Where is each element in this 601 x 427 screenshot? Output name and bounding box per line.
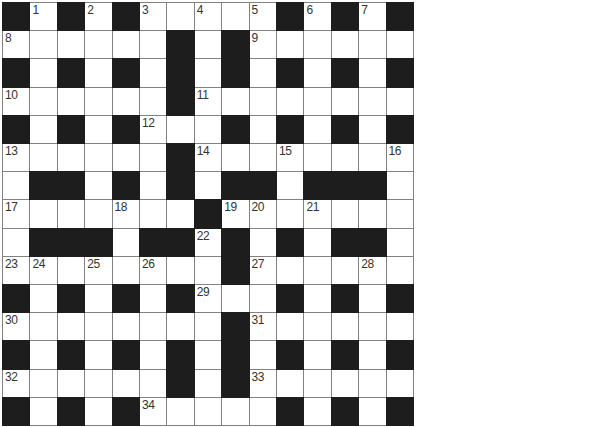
cell-r2c10 xyxy=(277,59,303,86)
cell-r2c8 xyxy=(222,59,248,86)
cell-r2c7[interactable] xyxy=(195,59,221,86)
cell-r12c6 xyxy=(167,341,193,368)
clue-number-8: 8 xyxy=(5,32,11,44)
clue-number-14: 14 xyxy=(197,145,210,157)
cell-r2c0 xyxy=(3,59,29,86)
cell-r10c5[interactable] xyxy=(140,285,166,312)
cell-r3c12[interactable] xyxy=(332,88,358,115)
cell-r4c7[interactable] xyxy=(195,116,221,143)
cell-r7c13[interactable] xyxy=(359,200,385,227)
cell-r5c9[interactable] xyxy=(250,144,276,171)
cell-r4c6[interactable] xyxy=(167,116,193,143)
cell-r13c8 xyxy=(222,370,248,397)
cell-r13c13[interactable] xyxy=(359,370,385,397)
cell-r5c13[interactable] xyxy=(359,144,385,171)
cell-r9c7[interactable] xyxy=(195,257,221,284)
cell-r4c0 xyxy=(3,116,29,143)
cell-r8c9[interactable] xyxy=(250,229,276,256)
cell-r12c1[interactable] xyxy=(30,341,56,368)
cell-r1c1[interactable] xyxy=(30,31,56,58)
cell-r5c6 xyxy=(167,144,193,171)
cell-r12c8 xyxy=(222,341,248,368)
cell-r10c8[interactable] xyxy=(222,285,248,312)
cell-r12c7[interactable] xyxy=(195,341,221,368)
cell-r7c11[interactable]: 21 xyxy=(304,200,330,227)
cell-r6c3[interactable] xyxy=(85,172,111,199)
cell-r5c5[interactable] xyxy=(140,144,166,171)
cell-r0c11[interactable]: 6 xyxy=(304,3,330,30)
cell-r8c12 xyxy=(332,229,358,256)
cell-r3c4[interactable] xyxy=(113,88,139,115)
cell-r4c14 xyxy=(387,116,413,143)
cell-r7c3[interactable] xyxy=(85,200,111,227)
cell-r0c8[interactable] xyxy=(222,3,248,30)
cell-r14c11[interactable] xyxy=(304,398,330,425)
clue-number-32: 32 xyxy=(5,371,18,383)
clue-number-6: 6 xyxy=(306,4,312,16)
clue-number-2: 2 xyxy=(87,4,93,16)
cell-r12c2 xyxy=(58,341,84,368)
cell-r8c7[interactable]: 22 xyxy=(195,229,221,256)
cell-r14c7[interactable] xyxy=(195,398,221,425)
cell-r4c3[interactable] xyxy=(85,116,111,143)
cell-r11c1[interactable] xyxy=(30,313,56,340)
clue-number-1: 1 xyxy=(32,4,38,16)
cell-r13c12[interactable] xyxy=(332,370,358,397)
cell-r1c13[interactable] xyxy=(359,31,385,58)
clue-number-17: 17 xyxy=(5,201,18,213)
cell-r14c2 xyxy=(58,398,84,425)
cell-r7c4[interactable]: 18 xyxy=(113,200,139,227)
cell-r9c9[interactable]: 27 xyxy=(250,257,276,284)
cell-r1c6 xyxy=(167,31,193,58)
cell-r2c13[interactable] xyxy=(359,59,385,86)
clue-number-29: 29 xyxy=(197,286,210,298)
clue-number-26: 26 xyxy=(142,258,155,270)
clue-number-18: 18 xyxy=(115,201,128,213)
cell-r8c13 xyxy=(359,229,385,256)
clue-number-11: 11 xyxy=(197,89,209,101)
cell-r9c4[interactable] xyxy=(113,257,139,284)
cell-r0c12 xyxy=(332,3,358,30)
cell-r4c9[interactable] xyxy=(250,116,276,143)
cell-r8c0[interactable] xyxy=(3,229,29,256)
cell-r11c2[interactable] xyxy=(58,313,84,340)
cell-r13c0[interactable]: 32 xyxy=(3,370,29,397)
cell-r0c10 xyxy=(277,3,303,30)
cell-r0c4 xyxy=(113,3,139,30)
cell-r13c4[interactable] xyxy=(113,370,139,397)
cell-r3c10[interactable] xyxy=(277,88,303,115)
cell-r11c4[interactable] xyxy=(113,313,139,340)
cell-r14c0 xyxy=(3,398,29,425)
cell-r10c12 xyxy=(332,285,358,312)
clue-number-33: 33 xyxy=(252,371,265,383)
cell-r8c5 xyxy=(140,229,166,256)
cell-r1c9[interactable]: 9 xyxy=(250,31,276,58)
cell-r5c4[interactable] xyxy=(113,144,139,171)
cell-r4c1[interactable] xyxy=(30,116,56,143)
cell-r7c5[interactable] xyxy=(140,200,166,227)
cell-r12c0 xyxy=(3,341,29,368)
clue-number-23: 23 xyxy=(5,258,18,270)
cell-r10c14 xyxy=(387,285,413,312)
cell-r10c6 xyxy=(167,285,193,312)
cell-r7c10[interactable] xyxy=(277,200,303,227)
cell-r2c9[interactable] xyxy=(250,59,276,86)
cell-r0c1[interactable]: 1 xyxy=(30,3,56,30)
cell-r10c3[interactable] xyxy=(85,285,111,312)
cell-r3c8[interactable] xyxy=(222,88,248,115)
cell-r4c13[interactable] xyxy=(359,116,385,143)
cell-r6c9 xyxy=(250,172,276,199)
cell-r1c12[interactable] xyxy=(332,31,358,58)
clue-number-21: 21 xyxy=(306,201,319,213)
cell-r8c3 xyxy=(85,229,111,256)
cell-r1c14[interactable] xyxy=(387,31,413,58)
cell-r0c2 xyxy=(58,3,84,30)
cell-r6c13 xyxy=(359,172,385,199)
cell-r11c14[interactable] xyxy=(387,313,413,340)
cell-r10c4 xyxy=(113,285,139,312)
clue-number-25: 25 xyxy=(87,258,100,270)
cell-r6c7[interactable] xyxy=(195,172,221,199)
cell-r6c14[interactable] xyxy=(387,172,413,199)
cell-r9c2[interactable] xyxy=(58,257,84,284)
cell-r11c9[interactable]: 31 xyxy=(250,313,276,340)
cell-r5c8[interactable] xyxy=(222,144,248,171)
cell-r13c1[interactable] xyxy=(30,370,56,397)
cell-r14c4 xyxy=(113,398,139,425)
cell-r0c5[interactable]: 3 xyxy=(140,3,166,30)
cell-r2c2 xyxy=(58,59,84,86)
cell-r0c3[interactable]: 2 xyxy=(85,3,111,30)
cell-r4c8 xyxy=(222,116,248,143)
cell-r3c7[interactable]: 11 xyxy=(195,88,221,115)
clue-number-28: 28 xyxy=(361,258,374,270)
cell-r9c10[interactable] xyxy=(277,257,303,284)
cell-r9c6[interactable] xyxy=(167,257,193,284)
cell-r13c5[interactable] xyxy=(140,370,166,397)
cell-r9c12[interactable] xyxy=(332,257,358,284)
cell-r9c0[interactable]: 23 xyxy=(3,257,29,284)
cell-r9c1[interactable]: 24 xyxy=(30,257,56,284)
cell-r5c11[interactable] xyxy=(304,144,330,171)
clue-number-9: 9 xyxy=(252,32,258,44)
cell-r6c12 xyxy=(332,172,358,199)
cell-r11c11[interactable] xyxy=(304,313,330,340)
cell-r10c2 xyxy=(58,285,84,312)
cell-r1c0[interactable]: 8 xyxy=(3,31,29,58)
cell-r5c2[interactable] xyxy=(58,144,84,171)
cell-r13c14[interactable] xyxy=(387,370,413,397)
cell-r7c2[interactable] xyxy=(58,200,84,227)
cell-r7c9[interactable]: 20 xyxy=(250,200,276,227)
cell-r4c4 xyxy=(113,116,139,143)
cell-r1c7[interactable] xyxy=(195,31,221,58)
cell-r12c12 xyxy=(332,341,358,368)
cell-r11c5[interactable] xyxy=(140,313,166,340)
cell-r10c10 xyxy=(277,285,303,312)
cell-r12c14 xyxy=(387,341,413,368)
clue-number-10: 10 xyxy=(5,89,18,101)
cell-r1c2[interactable] xyxy=(58,31,84,58)
cell-r8c6 xyxy=(167,229,193,256)
cell-r2c5[interactable] xyxy=(140,59,166,86)
cell-r2c11[interactable] xyxy=(304,59,330,86)
cell-r10c0 xyxy=(3,285,29,312)
cell-r12c9[interactable] xyxy=(250,341,276,368)
cell-r4c2 xyxy=(58,116,84,143)
clue-number-3: 3 xyxy=(142,4,148,16)
cell-r1c3[interactable] xyxy=(85,31,111,58)
cell-r13c11[interactable] xyxy=(304,370,330,397)
cell-r13c3[interactable] xyxy=(85,370,111,397)
cell-r8c14[interactable] xyxy=(387,229,413,256)
cell-r11c10[interactable] xyxy=(277,313,303,340)
cell-r7c8[interactable]: 19 xyxy=(222,200,248,227)
cell-r13c6 xyxy=(167,370,193,397)
cell-r11c13[interactable] xyxy=(359,313,385,340)
crossword-board: 1234567891011121314151617181920212223242… xyxy=(2,2,414,426)
clue-number-27: 27 xyxy=(252,258,265,270)
cell-r13c10[interactable] xyxy=(277,370,303,397)
clue-number-4: 4 xyxy=(197,4,203,16)
cell-r8c2 xyxy=(58,229,84,256)
cell-r5c1[interactable] xyxy=(30,144,56,171)
clue-number-34: 34 xyxy=(142,399,155,411)
cell-r11c12[interactable] xyxy=(332,313,358,340)
cell-r10c1[interactable] xyxy=(30,285,56,312)
cell-r12c4 xyxy=(113,341,139,368)
cell-r7c6[interactable] xyxy=(167,200,193,227)
cell-r8c10 xyxy=(277,229,303,256)
cell-r2c12 xyxy=(332,59,358,86)
cell-r0c9[interactable]: 5 xyxy=(250,3,276,30)
cell-r14c10 xyxy=(277,398,303,425)
cell-r4c5[interactable]: 12 xyxy=(140,116,166,143)
cell-r12c10 xyxy=(277,341,303,368)
clue-number-5: 5 xyxy=(252,4,258,16)
cell-r0c0 xyxy=(3,3,29,30)
cell-r3c3[interactable] xyxy=(85,88,111,115)
cell-r2c4 xyxy=(113,59,139,86)
cell-r9c3[interactable]: 25 xyxy=(85,257,111,284)
clue-number-16: 16 xyxy=(389,145,402,157)
cell-r5c3[interactable] xyxy=(85,144,111,171)
cell-r4c12 xyxy=(332,116,358,143)
cell-r2c1[interactable] xyxy=(30,59,56,86)
cell-r14c12 xyxy=(332,398,358,425)
cell-r9c11[interactable] xyxy=(304,257,330,284)
clue-number-22: 22 xyxy=(197,230,210,242)
cell-r4c11[interactable] xyxy=(304,116,330,143)
cell-r3c6 xyxy=(167,88,193,115)
cell-r5c0[interactable]: 13 xyxy=(3,144,29,171)
cell-r9c13[interactable]: 28 xyxy=(359,257,385,284)
cell-r0c6[interactable] xyxy=(167,3,193,30)
cell-r11c8 xyxy=(222,313,248,340)
cell-r12c11[interactable] xyxy=(304,341,330,368)
clue-number-12: 12 xyxy=(142,117,155,129)
cell-r6c2 xyxy=(58,172,84,199)
cell-r11c7[interactable] xyxy=(195,313,221,340)
cell-r10c9[interactable] xyxy=(250,285,276,312)
cell-r14c6[interactable] xyxy=(167,398,193,425)
cell-r13c2[interactable] xyxy=(58,370,84,397)
cell-r1c5[interactable] xyxy=(140,31,166,58)
cell-r0c7[interactable]: 4 xyxy=(195,3,221,30)
cell-r6c0[interactable] xyxy=(3,172,29,199)
cell-r12c3[interactable] xyxy=(85,341,111,368)
cell-r14c8[interactable] xyxy=(222,398,248,425)
cell-r1c4[interactable] xyxy=(113,31,139,58)
cell-r7c12[interactable] xyxy=(332,200,358,227)
cell-r7c1[interactable] xyxy=(30,200,56,227)
cell-r12c13[interactable] xyxy=(359,341,385,368)
clue-number-20: 20 xyxy=(252,201,265,213)
cell-r5c12[interactable] xyxy=(332,144,358,171)
cell-r7c0[interactable]: 17 xyxy=(3,200,29,227)
cell-r12c5[interactable] xyxy=(140,341,166,368)
clue-number-7: 7 xyxy=(361,4,367,16)
cell-r11c3[interactable] xyxy=(85,313,111,340)
cell-r6c11 xyxy=(304,172,330,199)
cell-r14c9[interactable] xyxy=(250,398,276,425)
cell-r14c5[interactable]: 34 xyxy=(140,398,166,425)
cell-r3c9[interactable] xyxy=(250,88,276,115)
clue-number-30: 30 xyxy=(5,314,18,326)
cell-r14c3[interactable] xyxy=(85,398,111,425)
clue-number-31: 31 xyxy=(252,314,265,326)
cell-r5c10[interactable]: 15 xyxy=(277,144,303,171)
clue-number-15: 15 xyxy=(279,145,292,157)
cell-r9c14[interactable] xyxy=(387,257,413,284)
cell-r8c1 xyxy=(30,229,56,256)
cell-r8c4[interactable] xyxy=(113,229,139,256)
cell-r14c1[interactable] xyxy=(30,398,56,425)
cell-r9c5[interactable]: 26 xyxy=(140,257,166,284)
cell-r11c6[interactable] xyxy=(167,313,193,340)
cell-r3c14[interactable] xyxy=(387,88,413,115)
cell-r10c11[interactable] xyxy=(304,285,330,312)
cell-r3c11[interactable] xyxy=(304,88,330,115)
cell-r3c2[interactable] xyxy=(58,88,84,115)
cell-r6c8 xyxy=(222,172,248,199)
cell-r2c14 xyxy=(387,59,413,86)
cell-r14c14 xyxy=(387,398,413,425)
cell-r6c10[interactable] xyxy=(277,172,303,199)
cell-r11c0[interactable]: 30 xyxy=(3,313,29,340)
cell-r3c1[interactable] xyxy=(30,88,56,115)
cell-r5c7[interactable]: 14 xyxy=(195,144,221,171)
cell-r3c5[interactable] xyxy=(140,88,166,115)
cell-r8c8 xyxy=(222,229,248,256)
cell-r13c7[interactable] xyxy=(195,370,221,397)
cell-r14c13[interactable] xyxy=(359,398,385,425)
cell-r2c6 xyxy=(167,59,193,86)
cell-r6c6 xyxy=(167,172,193,199)
cell-r1c10[interactable] xyxy=(277,31,303,58)
cell-r1c8 xyxy=(222,31,248,58)
cell-r10c7[interactable]: 29 xyxy=(195,285,221,312)
clue-number-24: 24 xyxy=(32,258,45,270)
cell-r7c14[interactable] xyxy=(387,200,413,227)
cell-r5c14[interactable]: 16 xyxy=(387,144,413,171)
cell-r6c4 xyxy=(113,172,139,199)
crossword-page: 1234567891011121314151617181920212223242… xyxy=(0,0,601,427)
cell-r9c8 xyxy=(222,257,248,284)
cell-r3c13[interactable] xyxy=(359,88,385,115)
cell-r8c11[interactable] xyxy=(304,229,330,256)
cell-r6c5[interactable] xyxy=(140,172,166,199)
cell-r1c11[interactable] xyxy=(304,31,330,58)
cell-r7c7 xyxy=(195,200,221,227)
cell-r13c9[interactable]: 33 xyxy=(250,370,276,397)
clue-number-19: 19 xyxy=(224,201,237,213)
cell-r4c10 xyxy=(277,116,303,143)
clue-number-13: 13 xyxy=(5,145,18,157)
cell-r0c14 xyxy=(387,3,413,30)
cell-r3c0[interactable]: 10 xyxy=(3,88,29,115)
cell-r6c1 xyxy=(30,172,56,199)
cell-r10c13[interactable] xyxy=(359,285,385,312)
cell-r0c13[interactable]: 7 xyxy=(359,3,385,30)
cell-r2c3[interactable] xyxy=(85,59,111,86)
